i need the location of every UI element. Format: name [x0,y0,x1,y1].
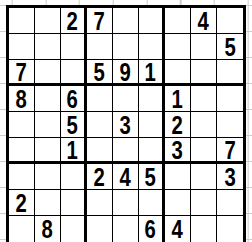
cell-r6c6[interactable] [139,138,165,164]
cell-r1c1[interactable] [9,8,35,34]
cell-r2c5[interactable] [113,34,139,60]
given-digit: 2 [16,191,27,215]
cell-r2c7[interactable] [165,34,191,60]
cell-r7c1[interactable] [9,164,35,190]
cell-r8c7[interactable] [165,190,191,216]
cell-r2c3[interactable] [61,34,87,60]
cell-r5c4[interactable] [87,112,113,138]
cell-r2c9[interactable]: 5 [217,34,243,60]
cell-r2c8[interactable] [191,34,217,60]
cell-r7c9[interactable]: 3 [217,164,243,190]
cell-r4c8[interactable] [191,86,217,112]
given-digit: 3 [120,113,131,137]
cell-r9c8[interactable] [191,216,217,242]
cell-r8c8[interactable] [191,190,217,216]
cell-r9c4[interactable] [87,216,113,242]
cell-r3c3[interactable] [61,60,87,86]
cell-r5c1[interactable] [9,112,35,138]
cell-r2c2[interactable] [35,34,61,60]
cell-r8c3[interactable] [61,190,87,216]
cell-r7c2[interactable] [35,164,61,190]
cell-r8c9[interactable] [217,190,243,216]
cell-r7c7[interactable] [165,164,191,190]
cell-r8c5[interactable] [113,190,139,216]
cell-r9c7[interactable]: 4 [165,216,191,242]
cell-r6c2[interactable] [35,138,61,164]
cell-r5c9[interactable] [217,112,243,138]
cell-r5c8[interactable] [191,112,217,138]
cell-r8c2[interactable] [35,190,61,216]
given-digit: 7 [16,60,27,84]
given-digit: 5 [94,60,105,84]
cell-r3c6[interactable]: 1 [139,60,165,86]
cell-r5c7[interactable]: 2 [165,112,191,138]
cell-r7c3[interactable] [61,164,87,190]
given-digit: 4 [172,217,183,241]
cell-r8c6[interactable] [139,190,165,216]
cell-r3c2[interactable] [35,60,61,86]
cell-r7c5[interactable]: 4 [113,164,139,190]
given-digit: 5 [224,35,235,59]
given-digit: 5 [67,113,78,137]
cell-r6c7[interactable]: 3 [165,138,191,164]
cell-r3c8[interactable] [191,60,217,86]
given-digit: 1 [67,138,78,162]
cell-r3c9[interactable] [217,60,243,86]
cell-r4c1[interactable]: 8 [9,86,35,112]
given-digit: 4 [120,165,131,189]
cell-r9c3[interactable] [61,216,87,242]
given-digit: 6 [145,217,156,241]
cell-r1c6[interactable] [139,8,165,34]
cell-r4c2[interactable] [35,86,61,112]
cell-r1c3[interactable]: 2 [61,8,87,34]
cell-r9c6[interactable]: 6 [139,216,165,242]
given-digit: 2 [94,165,105,189]
cell-r6c5[interactable] [113,138,139,164]
sudoku-board: 2745759186153213724532864 [6,5,246,242]
cell-r5c3[interactable]: 5 [61,112,87,138]
given-digit: 6 [67,87,78,111]
cell-r4c7[interactable]: 1 [165,86,191,112]
given-digit: 2 [67,9,78,33]
cell-r8c4[interactable] [87,190,113,216]
cell-r9c5[interactable] [113,216,139,242]
cell-r8c1[interactable]: 2 [9,190,35,216]
given-digit: 8 [42,217,53,241]
cell-r1c8[interactable]: 4 [191,8,217,34]
cell-r6c4[interactable] [87,138,113,164]
cell-r4c9[interactable] [217,86,243,112]
cell-r5c6[interactable] [139,112,165,138]
given-digit: 3 [172,138,183,162]
cell-r3c1[interactable]: 7 [9,60,35,86]
cell-r3c7[interactable] [165,60,191,86]
given-digit: 5 [145,165,156,189]
cell-r9c2[interactable]: 8 [35,216,61,242]
cell-r2c6[interactable] [139,34,165,60]
given-digit: 4 [198,9,209,33]
cell-r1c4[interactable]: 7 [87,8,113,34]
cell-r3c4[interactable]: 5 [87,60,113,86]
cell-r6c8[interactable] [191,138,217,164]
cell-r1c9[interactable] [217,8,243,34]
given-digit: 2 [172,113,183,137]
cell-r6c1[interactable] [9,138,35,164]
cell-r4c5[interactable] [113,86,139,112]
cell-r9c1[interactable] [9,216,35,242]
given-digit: 1 [145,60,156,84]
given-digit: 7 [94,9,105,33]
cell-r7c4[interactable]: 2 [87,164,113,190]
given-digit: 3 [224,165,235,189]
cell-r2c1[interactable] [9,34,35,60]
cell-r1c7[interactable] [165,8,191,34]
given-digit: 7 [224,138,235,162]
given-digit: 9 [120,60,131,84]
given-digit: 8 [16,87,27,111]
cell-r5c5[interactable]: 3 [113,112,139,138]
cell-r9c9[interactable] [217,216,243,242]
cell-r7c8[interactable] [191,164,217,190]
cell-r1c2[interactable] [35,8,61,34]
cell-r4c6[interactable] [139,86,165,112]
cell-r2c4[interactable] [87,34,113,60]
cell-r3c5[interactable]: 9 [113,60,139,86]
cell-r6c3[interactable]: 1 [61,138,87,164]
cell-r4c3[interactable]: 6 [61,86,87,112]
cell-r6c9[interactable]: 7 [217,138,243,164]
cell-r7c6[interactable]: 5 [139,164,165,190]
cell-r4c4[interactable] [87,86,113,112]
cell-r5c2[interactable] [35,112,61,138]
given-digit: 1 [172,87,183,111]
cell-r1c5[interactable] [113,8,139,34]
